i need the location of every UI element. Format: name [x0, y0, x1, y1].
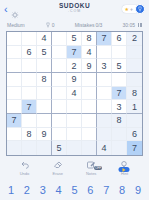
toolbar: Undo Erase OFF Notes Hint	[13, 160, 137, 181]
cell-r9c8[interactable]	[112, 141, 127, 155]
cell-r1c4[interactable]	[52, 32, 67, 46]
hint-ad-badge	[119, 167, 130, 172]
cell-r2c5[interactable]: 7	[67, 46, 82, 60]
cell-r1c3[interactable]: 4	[37, 32, 52, 46]
difficulty-label[interactable]: Medium	[7, 22, 25, 28]
cell-r2c1[interactable]	[7, 46, 22, 60]
undo-label: Undo	[20, 171, 30, 176]
numpad-3[interactable]: 3	[40, 184, 46, 196]
cell-r2c4[interactable]	[52, 46, 67, 60]
cell-r5c7[interactable]	[97, 87, 112, 101]
cell-r6c7[interactable]	[97, 100, 112, 114]
notes-button[interactable]: OFF Notes	[79, 160, 103, 181]
cell-r1c6[interactable]: 8	[82, 32, 97, 46]
cell-r8c4[interactable]	[52, 128, 67, 142]
cell-r5c8[interactable]: 7	[112, 87, 127, 101]
cell-r7c9[interactable]	[127, 114, 142, 128]
eraser-icon	[53, 160, 63, 170]
cell-r3c6[interactable]: 9	[82, 59, 97, 73]
cell-r7c6[interactable]	[82, 114, 97, 128]
cell-r9c4[interactable]: 5	[52, 141, 67, 155]
cell-r8c3[interactable]: 9	[37, 128, 52, 142]
cell-r9c5[interactable]	[67, 141, 82, 155]
cell-r8c1[interactable]	[7, 128, 22, 142]
cell-r8c7[interactable]	[97, 128, 112, 142]
cell-r4c8[interactable]	[112, 73, 127, 87]
score-trophy-icon	[45, 22, 51, 28]
cell-r7c5[interactable]	[67, 114, 82, 128]
erase-label: Erase	[53, 171, 63, 176]
trophy-avatar-badge[interactable]	[135, 4, 145, 14]
cell-r5c6[interactable]	[82, 87, 97, 101]
notes-label: Notes	[86, 171, 96, 176]
cell-r3c3[interactable]	[37, 59, 52, 73]
cell-r1c5[interactable]: 5	[67, 32, 82, 46]
numpad-5[interactable]: 5	[71, 184, 77, 196]
notes-off-badge: OFF	[94, 166, 102, 170]
cell-r3c7[interactable]: 3	[97, 59, 112, 73]
cell-r4c3[interactable]: 8	[37, 73, 52, 87]
back-button[interactable]: ‹	[4, 4, 8, 14]
cell-r7c3[interactable]	[37, 114, 52, 128]
cell-r4c6[interactable]	[82, 73, 97, 87]
cell-r5c5[interactable]: 4	[67, 87, 82, 101]
cell-r6c4[interactable]	[52, 100, 67, 114]
cell-r5c2[interactable]	[22, 87, 37, 101]
cell-r9c6[interactable]	[82, 141, 97, 155]
numpad-6[interactable]: 6	[87, 184, 93, 196]
plus-icon: +	[130, 6, 133, 12]
board: 458762657429358947873178896547	[6, 31, 143, 156]
cell-r9c2[interactable]	[22, 141, 37, 155]
cell-r2c9[interactable]	[127, 46, 142, 60]
cell-r6c2[interactable]: 7	[22, 100, 37, 114]
cell-r9c7[interactable]: 4	[97, 141, 112, 155]
cell-r9c3[interactable]	[37, 141, 52, 155]
cell-r3c2[interactable]	[22, 59, 37, 73]
header: ‹ SUDOKU .COM ★ +	[0, 1, 149, 17]
cell-r9c1[interactable]	[7, 141, 22, 155]
star-icon: ★	[125, 6, 129, 12]
cell-r1c8[interactable]: 6	[112, 32, 127, 46]
cell-r4c2[interactable]	[22, 73, 37, 87]
score-value: 0	[52, 22, 55, 28]
cell-r8c8[interactable]	[112, 128, 127, 142]
cell-r1c1[interactable]	[7, 32, 22, 46]
numpad-9[interactable]: 9	[135, 184, 141, 196]
cell-r2c3[interactable]: 5	[37, 46, 52, 60]
undo-icon	[20, 160, 30, 170]
cell-r4c5[interactable]: 9	[67, 73, 82, 87]
numpad-4[interactable]: 4	[56, 184, 62, 196]
cell-r6c8[interactable]: 3	[112, 100, 127, 114]
hint-button[interactable]: Hint	[112, 160, 136, 181]
cell-r5c1[interactable]	[7, 87, 22, 101]
stats-bar: Medium 0 Mistakes 0/3 30:05	[0, 19, 149, 30]
cell-r9c9[interactable]: 7	[127, 141, 142, 155]
erase-button[interactable]: Erase	[46, 160, 70, 181]
cell-r2c6[interactable]: 4	[82, 46, 97, 60]
cell-r6c1[interactable]	[7, 100, 22, 114]
cell-r2c7[interactable]	[97, 46, 112, 60]
cell-r8c2[interactable]: 8	[22, 128, 37, 142]
cell-r6c9[interactable]: 1	[127, 100, 142, 114]
cell-r5c9[interactable]: 8	[127, 87, 142, 101]
cell-r4c9[interactable]	[127, 73, 142, 87]
cell-r7c2[interactable]	[22, 114, 37, 128]
cell-r4c1[interactable]	[7, 73, 22, 87]
mistakes-label: Mistakes	[75, 22, 95, 28]
numpad-8[interactable]: 8	[119, 184, 125, 196]
cell-r3c4[interactable]	[52, 59, 67, 73]
cell-r2c2[interactable]: 6	[22, 46, 37, 60]
cell-r6c6[interactable]	[82, 100, 97, 114]
undo-button[interactable]: Undo	[13, 160, 37, 181]
numpad-1[interactable]: 1	[8, 184, 14, 196]
play-icon	[123, 168, 126, 172]
cell-r6c3[interactable]	[37, 100, 52, 114]
numpad-2[interactable]: 2	[24, 184, 30, 196]
cell-r8c5[interactable]	[67, 128, 82, 142]
cell-r7c8[interactable]: 8	[112, 114, 127, 128]
score-stat: 0	[45, 22, 55, 28]
cell-r3c9[interactable]	[127, 59, 142, 73]
settings-gear-icon[interactable]	[11, 5, 19, 13]
cell-r5c3[interactable]	[37, 87, 52, 101]
cell-r7c1[interactable]: 7	[7, 114, 22, 128]
cell-r6c5[interactable]	[67, 100, 82, 114]
cell-r7c4[interactable]	[52, 114, 67, 128]
timer-value: 30:05	[122, 22, 135, 28]
cell-r3c1[interactable]	[7, 59, 22, 73]
cell-r8c6[interactable]	[82, 128, 97, 142]
trophy-icon	[137, 6, 143, 12]
cell-r7c7[interactable]	[97, 114, 112, 128]
cell-r1c9[interactable]: 2	[127, 32, 142, 46]
cell-r1c7[interactable]: 7	[97, 32, 112, 46]
pause-button[interactable]	[138, 23, 142, 27]
cell-r3c5[interactable]: 2	[67, 59, 82, 73]
cell-r4c7[interactable]	[97, 73, 112, 87]
cell-r3c8[interactable]: 5	[112, 59, 127, 73]
timer-stat: 30:05	[122, 22, 142, 28]
cell-r5c4[interactable]	[52, 87, 67, 101]
number-pad: 123456789	[8, 184, 141, 196]
cell-r2c8[interactable]	[112, 46, 127, 60]
numpad-7[interactable]: 7	[103, 184, 109, 196]
cell-r8c9[interactable]: 6	[127, 128, 142, 142]
mistakes-stat: Mistakes 0/3	[75, 22, 103, 28]
mistakes-value: 0/3	[95, 22, 102, 28]
cell-r4c4[interactable]	[52, 73, 67, 87]
cell-r1c2[interactable]	[22, 32, 37, 46]
